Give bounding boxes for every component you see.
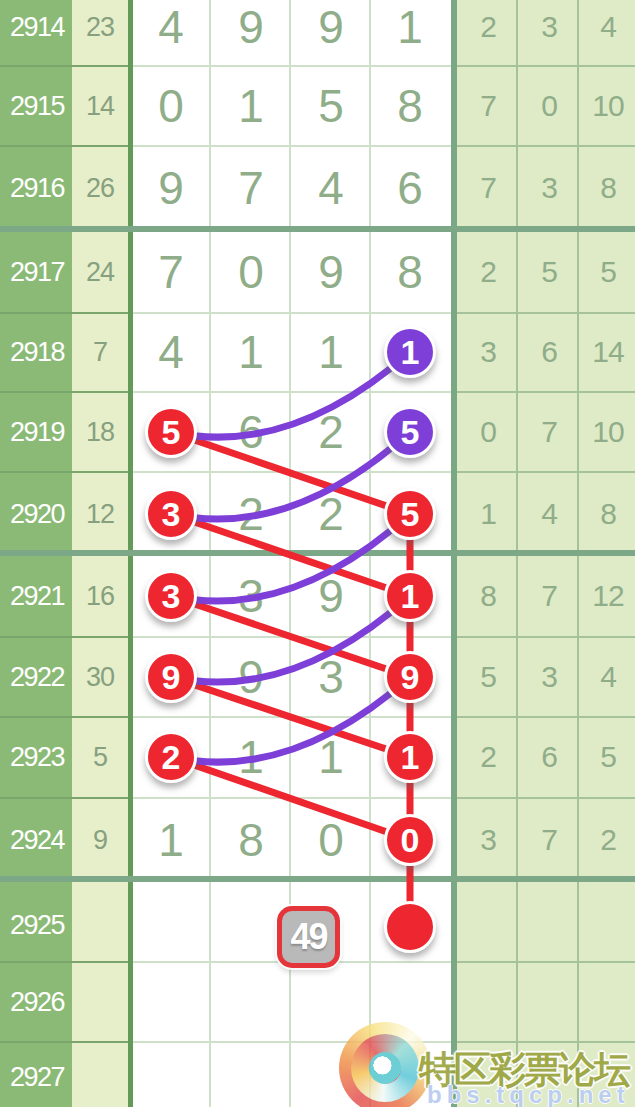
red-circle: 1 [384, 731, 436, 783]
purple-circle: 1 [384, 326, 436, 378]
red-circle: 9 [384, 651, 436, 703]
red-circle: 9 [145, 651, 197, 703]
markers-layer: 15535319921049 [0, 0, 635, 1107]
red-circle: 5 [384, 488, 436, 540]
red-circle: 0 [384, 814, 436, 866]
red-circle: 2 [145, 731, 197, 783]
red-circle: 1 [384, 570, 436, 622]
purple-circle: 5 [384, 406, 436, 458]
value-49-box: 49 [277, 906, 340, 968]
red-circle: 5 [145, 406, 197, 458]
red-circle: 3 [145, 570, 197, 622]
lottery-trend-chart: 2914234991234291514015870102916269746738… [0, 0, 635, 1107]
red-dot [384, 901, 436, 953]
red-circle: 3 [145, 488, 197, 540]
